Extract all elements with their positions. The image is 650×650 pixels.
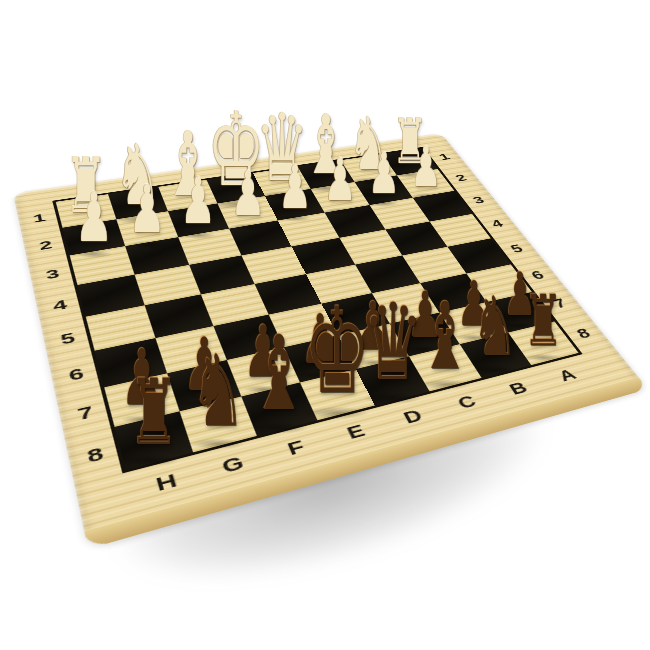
white-pawn-glyph: ♟ [230,163,265,225]
rank-label-left-2: 2 [38,238,53,251]
rank-label-left-3: 3 [44,267,60,281]
white-pawn-d2[interactable]: ♟ [268,157,322,217]
white-pawn-glyph: ♟ [410,139,441,194]
black-rook-glyph: ♜ [128,367,179,458]
white-pawn-g2[interactable]: ♟ [118,177,177,243]
white-pawn-glyph: ♟ [180,170,216,234]
white-pawn-f2[interactable]: ♟ [170,170,227,234]
rank-label-left-4: 4 [51,297,68,312]
white-pawn-glyph: ♟ [278,157,312,217]
chess-set-photo: 11H22G33F44E55D66C77B88A ♜♞♝♛♚♝♞♜♟♟♟♟♟♟♟… [0,0,650,650]
black-knight-glyph: ♞ [190,342,246,441]
white-pawn-glyph: ♟ [323,151,356,210]
white-pawn-glyph: ♟ [368,145,400,202]
white-pawn-glyph: ♟ [128,177,165,243]
rank-label-left-1: 1 [32,211,47,223]
white-pawn-e2[interactable]: ♟ [220,163,276,225]
rank-label-left-8: 8 [85,444,105,465]
white-pawn-h2[interactable]: ♟ [63,184,124,252]
black-rook-h8[interactable]: ♜ [113,367,195,458]
white-pawn-glyph: ♟ [74,184,112,252]
rank-label-left-5: 5 [59,330,76,347]
